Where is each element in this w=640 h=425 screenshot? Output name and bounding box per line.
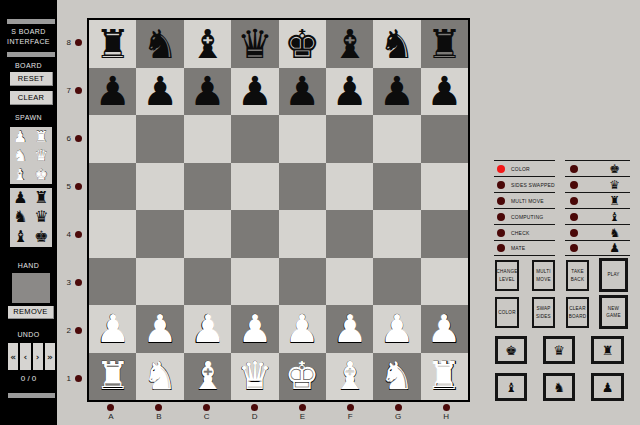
white-rook[interactable]: ♜♖	[426, 356, 462, 396]
square-b2[interactable]: ♟♙	[136, 305, 183, 353]
white-knight[interactable]: ♞♘	[13, 148, 27, 164]
square-e6[interactable]	[279, 115, 326, 163]
divider-bar	[7, 52, 55, 57]
hand-display[interactable]	[12, 273, 50, 303]
status-label: SIDES SWAPPED	[511, 182, 555, 188]
square-b7[interactable]: ♟	[136, 68, 183, 116]
piece-fill-layer: ♚	[285, 357, 319, 395]
square-g8[interactable]: ♞	[373, 20, 420, 68]
square-c8[interactable]: ♝	[184, 20, 231, 68]
square-h7[interactable]: ♟	[421, 68, 468, 116]
file-dot	[251, 404, 258, 411]
piece-indicator-row-queen: ♛	[565, 176, 630, 192]
app-title: S BOARD INTERFACE	[0, 27, 57, 47]
status-label: COMPUTING	[511, 214, 543, 220]
white-pawn[interactable]: ♟♙	[190, 309, 226, 349]
remove-button[interactable]: REMOVE	[8, 306, 54, 319]
led-indicator	[570, 213, 578, 221]
white-rook[interactable]: ♜♖	[34, 129, 48, 145]
piece-fill-layer: ♝	[14, 167, 28, 182]
square-g7[interactable]: ♟	[373, 68, 420, 116]
square-f6[interactable]	[326, 115, 373, 163]
black-pawn[interactable]: ♟	[379, 71, 415, 111]
square-h1[interactable]: ♜♖	[421, 353, 468, 401]
undo-section-label: UNDO	[0, 331, 57, 338]
square-b6[interactable]	[136, 115, 183, 163]
file-dot	[203, 404, 210, 411]
white-pawn[interactable]: ♟♙	[237, 309, 273, 349]
square-d5[interactable]	[231, 163, 278, 211]
black-queen[interactable]: ♛	[237, 24, 273, 64]
rank-label-6: 6	[53, 114, 85, 162]
square-h2[interactable]: ♟♙	[421, 305, 468, 353]
square-c7[interactable]: ♟	[184, 68, 231, 116]
file-letter: A	[108, 412, 113, 421]
spawn-cell: ♝	[10, 227, 31, 247]
square-c5[interactable]	[184, 163, 231, 211]
rank-dot	[75, 327, 82, 334]
piece-fill-layer: ♞	[380, 357, 414, 395]
white-bishop[interactable]: ♝♗	[13, 167, 27, 183]
led-indicator	[497, 181, 505, 189]
black-pawn[interactable]: ♟	[95, 71, 131, 111]
square-f7[interactable]: ♟	[326, 68, 373, 116]
black-bishop[interactable]: ♝	[505, 381, 517, 394]
piece-fill-layer: ♜	[427, 357, 461, 395]
multi-move-button[interactable]: MULTI MOVE	[532, 260, 555, 291]
black-king[interactable]: ♚	[505, 344, 517, 357]
black-pawn[interactable]: ♟	[602, 381, 614, 394]
status-row-mate: MATE	[494, 240, 555, 256]
app-title-line2: INTERFACE	[7, 38, 50, 45]
square-e7[interactable]: ♟	[279, 68, 326, 116]
black-rook[interactable]: ♜	[426, 24, 462, 64]
rank-label-2: 2	[53, 306, 85, 354]
square-b4[interactable]	[136, 210, 183, 258]
white-queen[interactable]: ♛♕	[237, 356, 273, 396]
status-row-sides-swapped: SIDES SWAPPED	[494, 176, 555, 192]
file-label-g: G	[374, 403, 422, 424]
take-back-button[interactable]: TAKE BACK	[566, 260, 589, 291]
black-king[interactable]: ♚	[609, 163, 620, 175]
file-labels: ABCDEFGH	[87, 403, 470, 424]
square-g4[interactable]	[373, 210, 420, 258]
undo-all-button[interactable]: «	[8, 343, 18, 370]
status-label: MULTI MOVE	[511, 198, 544, 204]
rank-dot	[75, 279, 82, 286]
spawn-section-label: SPAWN	[0, 114, 57, 121]
square-f3[interactable]	[326, 258, 373, 306]
white-king[interactable]: ♚♔	[284, 356, 320, 396]
status-label: MATE	[511, 245, 525, 251]
led-indicator	[570, 229, 578, 237]
led-indicator	[497, 213, 505, 221]
file-label-c: C	[183, 403, 231, 424]
square-d3[interactable]	[231, 258, 278, 306]
change-level-button[interactable]: CHANGE LEVEL	[495, 260, 519, 291]
black-pawn[interactable]: ♟	[332, 71, 368, 111]
spawn-cell: ♞♘	[10, 146, 31, 165]
square-e4[interactable]	[279, 210, 326, 258]
square-b8[interactable]: ♞	[136, 20, 183, 68]
white-pawn[interactable]: ♟♙	[13, 129, 27, 145]
black-bishop[interactable]: ♝	[190, 24, 226, 64]
rank-label-8: 8	[53, 18, 85, 66]
white-pawn[interactable]: ♟♙	[284, 309, 320, 349]
square-h5[interactable]	[421, 163, 468, 211]
select-pawn-box[interactable]: ♟	[591, 373, 624, 401]
rank-number: 4	[67, 230, 71, 239]
rank-dot	[75, 135, 82, 142]
black-rook[interactable]: ♜	[95, 24, 131, 64]
black-pawn[interactable]: ♟	[190, 71, 226, 111]
divider-bar	[7, 19, 55, 24]
rank-dot	[75, 183, 82, 190]
spawn-cell: ♛	[31, 208, 52, 228]
square-h4[interactable]	[421, 210, 468, 258]
square-c2[interactable]: ♟♙	[184, 305, 231, 353]
select-rook-box[interactable]: ♜	[591, 336, 624, 364]
black-king[interactable]: ♚	[284, 24, 320, 64]
file-dot	[299, 404, 306, 411]
undo-one-button[interactable]: ‹	[20, 343, 30, 370]
black-queen[interactable]: ♛	[609, 179, 620, 191]
status-row-multi-move: MULTI MOVE	[494, 192, 555, 208]
rank-dot	[75, 231, 82, 238]
piece-fill-layer: ♟	[285, 310, 319, 348]
square-d8[interactable]: ♛	[231, 20, 278, 68]
piece-fill-layer: ♟	[238, 310, 272, 348]
square-d2[interactable]: ♟♙	[231, 305, 278, 353]
spawn-cell: ♚	[31, 227, 52, 247]
white-pawn[interactable]: ♟♙	[142, 309, 178, 349]
square-a4[interactable]	[89, 210, 136, 258]
black-knight[interactable]: ♞	[553, 381, 565, 394]
piece-fill-layer: ♝	[332, 357, 366, 395]
piece-fill-layer: ♚	[35, 167, 49, 182]
select-queen-box[interactable]: ♛	[543, 336, 575, 364]
rank-label-1: 1	[53, 354, 85, 402]
square-h8[interactable]: ♜	[421, 20, 468, 68]
white-pawn[interactable]: ♟♙	[95, 309, 131, 349]
square-h6[interactable]	[421, 115, 468, 163]
piece-fill-layer: ♞	[14, 148, 28, 163]
piece-fill-layer: ♟	[427, 310, 461, 348]
select-king-box[interactable]: ♚	[495, 336, 527, 364]
file-dot	[443, 404, 450, 411]
redo-one-button[interactable]: ›	[33, 343, 43, 370]
led-indicator	[497, 165, 505, 173]
black-knight[interactable]: ♞	[379, 24, 415, 64]
led-indicator	[570, 244, 578, 252]
clear-button[interactable]: CLEAR	[10, 91, 53, 105]
rank-label-3: 3	[53, 258, 85, 306]
square-d6[interactable]	[231, 115, 278, 163]
select-bishop-box[interactable]: ♝	[495, 373, 527, 401]
square-a2[interactable]: ♟♙	[89, 305, 136, 353]
piece-fill-layer: ♟	[332, 310, 366, 348]
file-label-e: E	[279, 403, 327, 424]
board-section-label: BOARD	[0, 62, 57, 69]
rank-labels: 87654321	[53, 18, 85, 402]
black-pawn[interactable]: ♟	[237, 71, 273, 111]
file-dot	[395, 404, 402, 411]
black-queen[interactable]: ♛	[553, 344, 565, 357]
led-indicator	[570, 197, 578, 205]
square-a8[interactable]: ♜	[89, 20, 136, 68]
square-c3[interactable]	[184, 258, 231, 306]
black-bishop[interactable]: ♝	[13, 229, 27, 245]
square-c4[interactable]	[184, 210, 231, 258]
black-rook[interactable]: ♜	[602, 344, 614, 357]
piece-fill-layer: ♞	[143, 357, 177, 395]
file-dot	[155, 404, 162, 411]
square-f5[interactable]	[326, 163, 373, 211]
piece-fill-layer: ♝	[190, 357, 224, 395]
rank-number: 2	[67, 326, 71, 335]
square-b5[interactable]	[136, 163, 183, 211]
piece-indicator-row-bishop: ♝	[565, 208, 630, 224]
piece-fill-layer: ♟	[190, 310, 224, 348]
square-f8[interactable]: ♝	[326, 20, 373, 68]
square-e2[interactable]: ♟♙	[279, 305, 326, 353]
file-letter: C	[204, 412, 210, 421]
square-f2[interactable]: ♟♙	[326, 305, 373, 353]
square-f1[interactable]: ♝♗	[326, 353, 373, 401]
square-d1[interactable]: ♛♕	[231, 353, 278, 401]
led-indicator	[497, 197, 505, 205]
play-button[interactable]: PLAY	[599, 258, 628, 292]
black-queen[interactable]: ♛	[34, 209, 48, 225]
square-c1[interactable]: ♝♗	[184, 353, 231, 401]
undo-counter: 0 / 0	[0, 374, 57, 383]
spawn-black-palette: ♟♜♞♛♝♚	[10, 188, 52, 247]
piece-fill-layer: ♜	[95, 357, 129, 395]
app-title-line1: S BOARD	[11, 28, 45, 35]
file-label-b: B	[135, 403, 183, 424]
sidebar: S BOARD INTERFACE BOARD RESET CLEAR SPAW…	[0, 0, 57, 425]
rank-dot	[75, 39, 82, 46]
square-g6[interactable]	[373, 115, 420, 163]
status-row-check: CHECK	[494, 224, 555, 240]
rank-dot	[75, 375, 82, 382]
square-a5[interactable]	[89, 163, 136, 211]
file-label-d: D	[231, 403, 279, 424]
rank-dot	[75, 87, 82, 94]
black-pawn[interactable]: ♟	[13, 190, 27, 206]
white-bishop[interactable]: ♝♗	[332, 356, 368, 396]
rank-label-4: 4	[53, 210, 85, 258]
status-row-color: COLOR	[494, 160, 555, 176]
reset-button[interactable]: RESET	[10, 72, 53, 86]
square-c6[interactable]	[184, 115, 231, 163]
spawn-cell: ♜♖	[31, 127, 52, 146]
square-e8[interactable]: ♚	[279, 20, 326, 68]
status-label: CHECK	[511, 230, 530, 236]
white-pawn[interactable]: ♟♙	[332, 309, 368, 349]
piece-indicator-row-knight: ♞	[565, 224, 630, 240]
white-knight[interactable]: ♞♘	[142, 356, 178, 396]
square-a6[interactable]	[89, 115, 136, 163]
black-knight[interactable]: ♞	[609, 227, 620, 239]
piece-fill-layer: ♟	[95, 310, 129, 348]
rank-label-5: 5	[53, 162, 85, 210]
piece-indicator-row-rook: ♜	[565, 192, 630, 208]
square-e1[interactable]: ♚♔	[279, 353, 326, 401]
piece-fill-layer: ♟	[14, 129, 28, 144]
square-b3[interactable]	[136, 258, 183, 306]
spawn-cell: ♝♗	[10, 165, 31, 184]
status-label: COLOR	[511, 166, 530, 172]
chess-app: S BOARD INTERFACE BOARD RESET CLEAR SPAW…	[0, 0, 640, 425]
led-indicator	[570, 165, 578, 173]
led-indicator	[497, 244, 505, 252]
black-rook[interactable]: ♜	[34, 190, 48, 206]
undo-button-group: «‹›»	[8, 343, 55, 370]
spawn-white-palette: ♟♙♜♖♞♘♛♕♝♗♚♔	[10, 127, 52, 184]
color-button[interactable]: COLOR	[495, 297, 519, 328]
white-bishop[interactable]: ♝♗	[190, 356, 226, 396]
square-h3[interactable]	[421, 258, 468, 306]
square-g5[interactable]	[373, 163, 420, 211]
file-letter: F	[348, 412, 353, 421]
black-pawn[interactable]: ♟	[142, 71, 178, 111]
spawn-cell: ♚♔	[31, 165, 52, 184]
status-row-computing: COMPUTING	[494, 208, 555, 224]
square-g1[interactable]: ♞♘	[373, 353, 420, 401]
board: ♜♞♝♛♚♝♞♜♟♟♟♟♟♟♟♟♟♙♟♙♟♙♟♙♟♙♟♙♟♙♟♙♜♖♞♘♝♗♛♕…	[87, 18, 470, 402]
white-king[interactable]: ♚♔	[34, 167, 48, 183]
square-e5[interactable]	[279, 163, 326, 211]
black-bishop[interactable]: ♝	[609, 211, 620, 223]
status-indicators: COLORSIDES SWAPPEDMULTI MOVECOMPUTINGCHE…	[494, 160, 555, 256]
file-letter: H	[443, 412, 449, 421]
square-b1[interactable]: ♞♘	[136, 353, 183, 401]
piece-fill-layer: ♛	[238, 357, 272, 395]
rank-number: 3	[67, 278, 71, 287]
black-knight[interactable]: ♞	[142, 24, 178, 64]
file-letter: G	[395, 412, 401, 421]
piece-fill-layer: ♛	[35, 148, 49, 163]
square-d7[interactable]: ♟	[231, 68, 278, 116]
white-queen[interactable]: ♛♕	[34, 148, 48, 164]
file-label-f: F	[326, 403, 374, 424]
piece-indicator-row-king: ♚	[565, 160, 630, 176]
square-d4[interactable]	[231, 210, 278, 258]
spawn-cell: ♞	[10, 208, 31, 228]
file-letter: B	[156, 412, 161, 421]
white-pawn[interactable]: ♟♙	[426, 309, 462, 349]
rank-number: 7	[67, 86, 71, 95]
led-indicator	[570, 181, 578, 189]
square-f4[interactable]	[326, 210, 373, 258]
spawn-cell: ♟	[10, 188, 31, 208]
black-pawn[interactable]: ♟	[609, 242, 620, 254]
rank-number: 8	[67, 38, 71, 47]
spawn-cell: ♛♕	[31, 146, 52, 165]
square-a1[interactable]: ♜♖	[89, 353, 136, 401]
piece-indicator-row-pawn: ♟	[565, 240, 630, 256]
spawn-cell: ♜	[31, 188, 52, 208]
piece-indicators: ♚♛♜♝♞♟	[565, 160, 630, 256]
piece-fill-layer: ♟	[380, 310, 414, 348]
square-a3[interactable]	[89, 258, 136, 306]
square-e3[interactable]	[279, 258, 326, 306]
piece-fill-layer: ♟	[143, 310, 177, 348]
black-pawn[interactable]: ♟	[426, 71, 462, 111]
black-bishop[interactable]: ♝	[332, 24, 368, 64]
white-knight[interactable]: ♞♘	[379, 356, 415, 396]
swap-sides-button[interactable]: SWAP SIDES	[532, 297, 555, 328]
spawn-cell: ♟♙	[10, 127, 31, 146]
rank-number: 5	[67, 182, 71, 191]
clear-board-button[interactable]: CLEAR BOARD	[566, 297, 589, 328]
piece-fill-layer: ♜	[35, 129, 49, 144]
square-g2[interactable]: ♟♙	[373, 305, 420, 353]
rank-number: 6	[67, 134, 71, 143]
file-letter: D	[252, 412, 258, 421]
black-king[interactable]: ♚	[34, 229, 48, 245]
rank-label-7: 7	[53, 66, 85, 114]
file-label-a: A	[87, 403, 135, 424]
select-knight-box[interactable]: ♞	[543, 373, 575, 401]
led-indicator	[497, 229, 505, 237]
square-g3[interactable]	[373, 258, 420, 306]
file-dot	[107, 404, 114, 411]
new-game-button[interactable]: NEW GAME	[599, 295, 628, 329]
file-dot	[347, 404, 354, 411]
white-pawn[interactable]: ♟♙	[379, 309, 415, 349]
hand-section-label: HAND	[0, 262, 57, 269]
black-knight[interactable]: ♞	[13, 209, 27, 225]
divider-bar	[8, 393, 55, 398]
file-letter: E	[300, 412, 305, 421]
file-label-h: H	[422, 403, 470, 424]
square-a7[interactable]: ♟	[89, 68, 136, 116]
black-pawn[interactable]: ♟	[284, 71, 320, 111]
white-rook[interactable]: ♜♖	[95, 356, 131, 396]
rank-number: 1	[67, 374, 71, 383]
black-rook[interactable]: ♜	[609, 195, 620, 207]
